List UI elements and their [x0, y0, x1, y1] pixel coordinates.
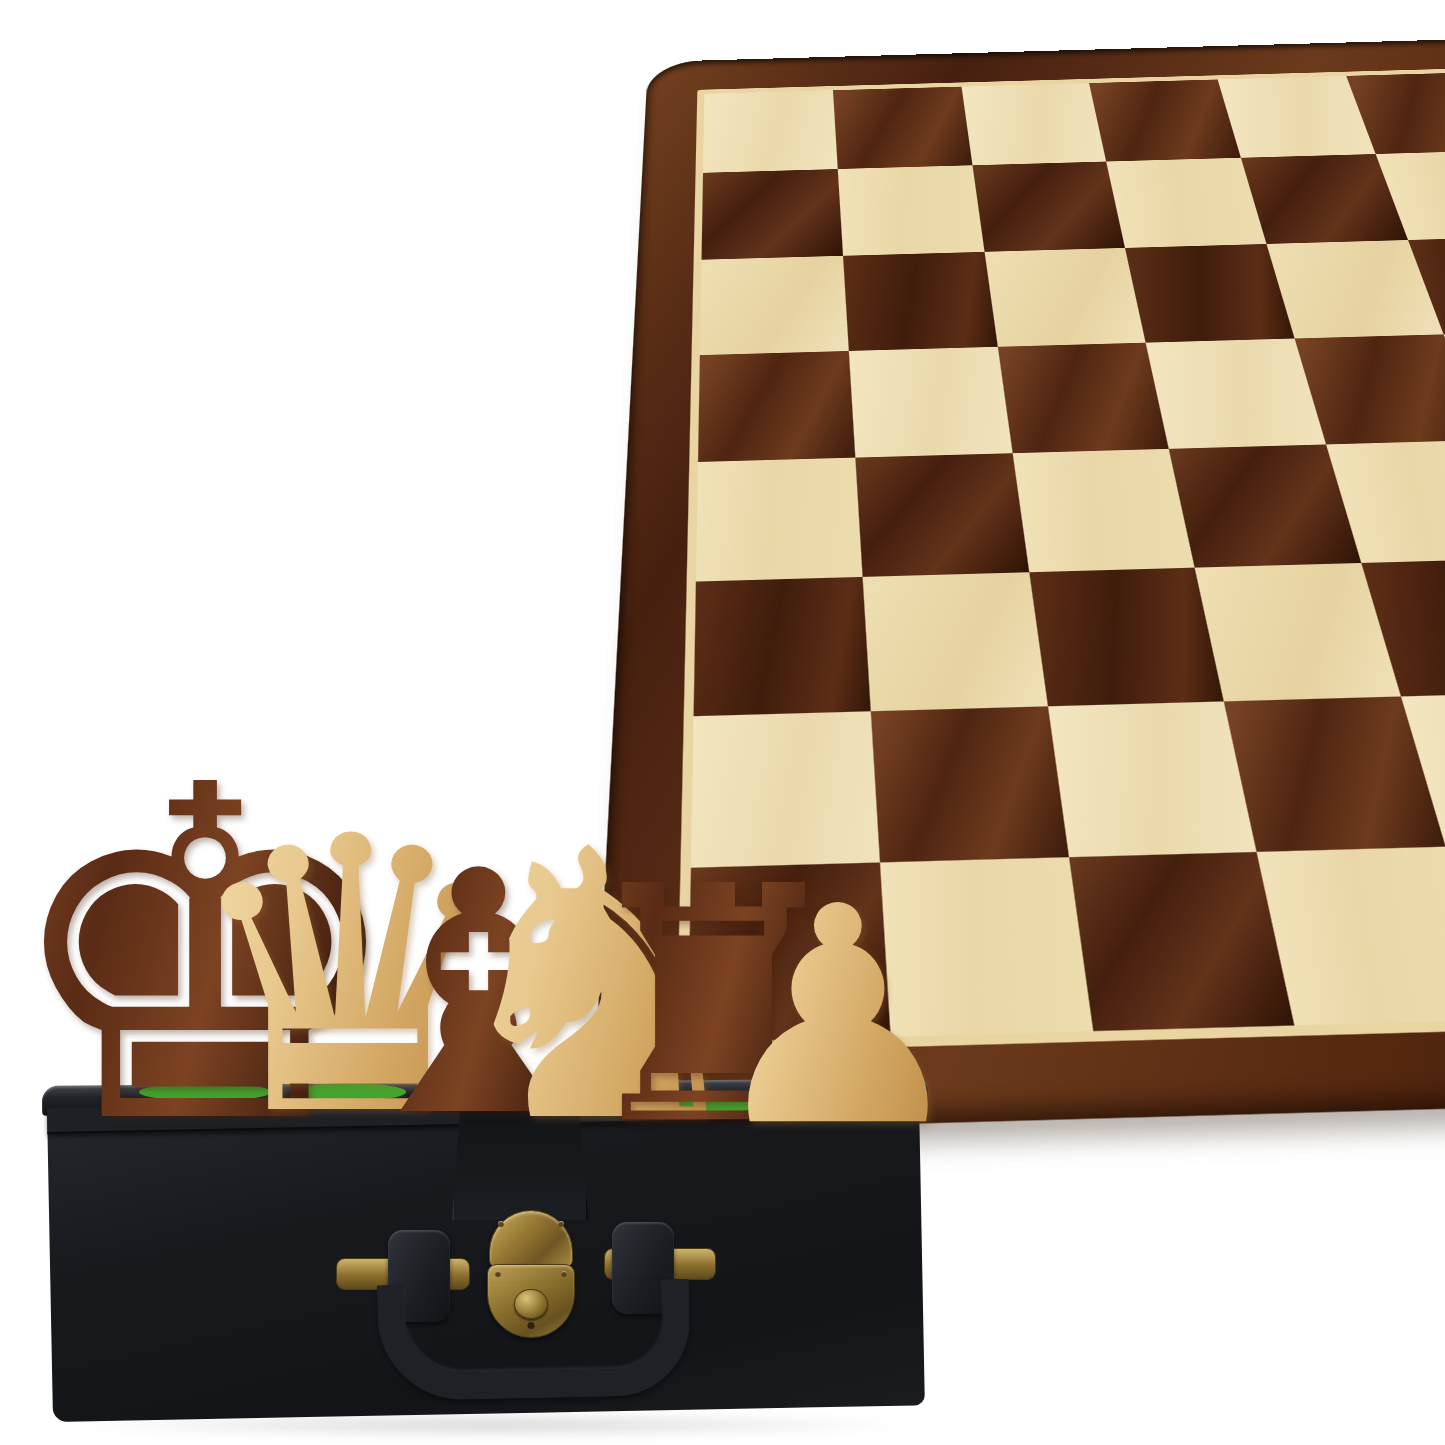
square-r4c2[interactable]	[1012, 449, 1195, 572]
square-r3c1[interactable]	[849, 347, 1012, 458]
screw-icon	[498, 1221, 504, 1227]
square-r1c0[interactable]	[702, 169, 843, 260]
square-r4c0[interactable]	[696, 458, 862, 582]
square-r0c1[interactable]	[833, 87, 972, 169]
square-r5c2[interactable]	[1029, 567, 1224, 705]
square-r5c1[interactable]	[862, 572, 1047, 711]
square-r2c3[interactable]	[1125, 244, 1294, 343]
square-r1c2[interactable]	[972, 161, 1125, 251]
square-r1c3[interactable]	[1106, 158, 1266, 248]
screw-icon	[558, 1221, 564, 1227]
square-r0c3[interactable]	[1089, 79, 1241, 161]
square-r0c2[interactable]	[961, 83, 1106, 165]
case-handle	[377, 1279, 691, 1402]
square-r2c1[interactable]	[843, 251, 998, 351]
square-r7c2[interactable]	[1068, 852, 1294, 1031]
product-photo-scene: ♚ ♛ ♝ ♞ ♜ ♟	[0, 0, 1445, 1445]
screw-icon	[495, 1271, 501, 1277]
square-r4c1[interactable]	[855, 453, 1029, 576]
screw-icon	[561, 1271, 567, 1277]
square-r1c1[interactable]	[837, 165, 983, 255]
square-r2c0[interactable]	[700, 255, 849, 355]
square-r6c2[interactable]	[1047, 701, 1257, 858]
square-r0c0[interactable]	[703, 90, 837, 172]
piece-pawn-boxwood[interactable]: ♟	[688, 868, 988, 1168]
square-r3c0[interactable]	[698, 351, 855, 462]
square-r5c0[interactable]	[694, 577, 871, 716]
square-r6c1[interactable]	[870, 706, 1068, 863]
square-r3c2[interactable]	[997, 343, 1169, 453]
square-r2c2[interactable]	[984, 248, 1146, 347]
